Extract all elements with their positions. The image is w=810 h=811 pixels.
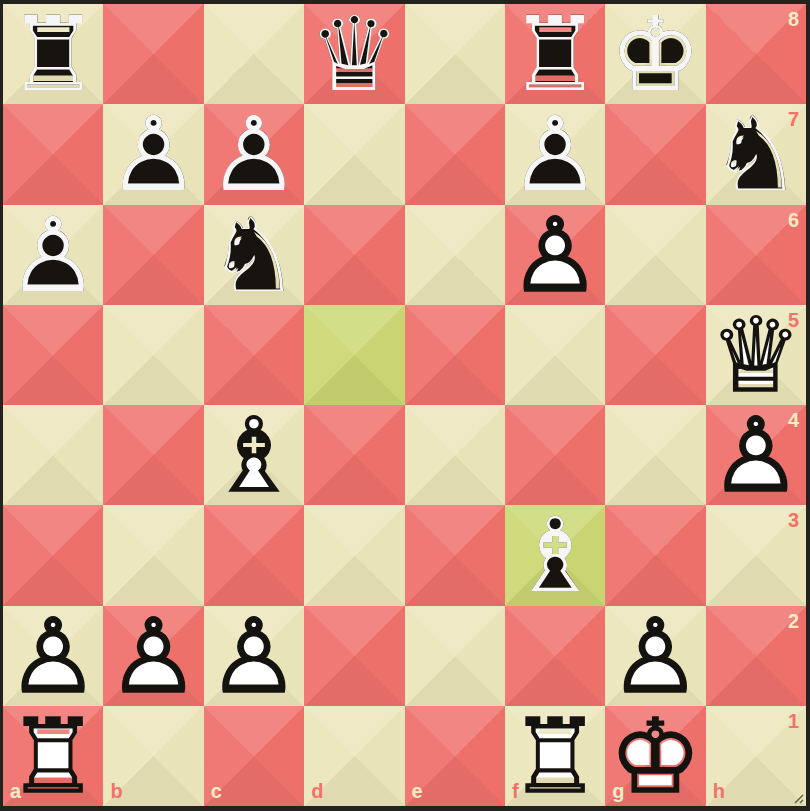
black-rook-a8[interactable]: ♜♖: [3, 4, 103, 104]
piece-outline-glyph: ♖: [509, 704, 601, 807]
black-rook-f8[interactable]: ♜♖: [505, 4, 605, 104]
white-pawn-f6[interactable]: ♟♙: [505, 205, 605, 305]
square-d5[interactable]: [304, 305, 404, 405]
square-a2[interactable]: ♟♙: [3, 606, 103, 706]
square-f4[interactable]: [505, 405, 605, 505]
square-a6[interactable]: ♟♙: [3, 205, 103, 305]
square-e5[interactable]: [405, 305, 505, 405]
white-pawn-a2[interactable]: ♟♙: [3, 606, 103, 706]
square-f1[interactable]: ♜♖f: [505, 706, 605, 806]
square-h3[interactable]: 3: [706, 505, 806, 605]
piece-outline-glyph: ♙: [107, 604, 199, 707]
square-b3[interactable]: [103, 505, 203, 605]
piece-outline-glyph: ♙: [208, 604, 300, 707]
square-b2[interactable]: ♟♙: [103, 606, 203, 706]
square-g1[interactable]: ♚♔g: [605, 706, 705, 806]
square-e1[interactable]: e: [405, 706, 505, 806]
piece-outline-glyph: ♖: [509, 3, 601, 106]
black-pawn-f7[interactable]: ♟♙: [505, 104, 605, 204]
file-label-d: d: [311, 781, 323, 801]
square-f3[interactable]: ♝♗: [505, 505, 605, 605]
rank-label-4: 4: [788, 410, 799, 430]
black-queen-d8[interactable]: ♛♕: [304, 4, 404, 104]
black-pawn-a6[interactable]: ♟♙: [3, 205, 103, 305]
square-c7[interactable]: ♟♙: [204, 104, 304, 204]
piece-outline-glyph: ♙: [7, 203, 99, 306]
square-c4[interactable]: ♝♗: [204, 405, 304, 505]
square-a8[interactable]: ♜♖: [3, 4, 103, 104]
white-rook-f1[interactable]: ♜♖: [505, 706, 605, 806]
square-a4[interactable]: [3, 405, 103, 505]
rank-label-6: 6: [788, 210, 799, 230]
square-f6[interactable]: ♟♙: [505, 205, 605, 305]
white-pawn-c2[interactable]: ♟♙: [204, 606, 304, 706]
square-e6[interactable]: [405, 205, 505, 305]
square-h7[interactable]: ♞♘7: [706, 104, 806, 204]
piece-outline-glyph: ♙: [107, 103, 199, 206]
square-d2[interactable]: [304, 606, 404, 706]
square-b4[interactable]: [103, 405, 203, 505]
square-c1[interactable]: c: [204, 706, 304, 806]
file-label-e: e: [412, 781, 423, 801]
chess-board: ♜♖♛♕♜♖♚♔8♟♙♟♙♟♙♞♘7♟♙♞♘♟♙6♛♕5♝♗♟♙4♝♗3♟♙♟♙…: [3, 4, 806, 806]
white-bishop-c4[interactable]: ♝♗: [204, 405, 304, 505]
square-c8[interactable]: [204, 4, 304, 104]
piece-outline-glyph: ♖: [7, 3, 99, 106]
piece-outline-glyph: ♗: [208, 404, 300, 507]
rank-label-2: 2: [788, 611, 799, 631]
square-h6[interactable]: 6: [706, 205, 806, 305]
square-h5[interactable]: ♛♕5: [706, 305, 806, 405]
black-knight-c6[interactable]: ♞♘: [204, 205, 304, 305]
file-label-c: c: [211, 781, 222, 801]
black-king-g8[interactable]: ♚♔: [605, 4, 705, 104]
square-f2[interactable]: [505, 606, 605, 706]
square-c5[interactable]: [204, 305, 304, 405]
black-bishop-f3[interactable]: ♝♗: [505, 505, 605, 605]
square-e3[interactable]: [405, 505, 505, 605]
square-a3[interactable]: [3, 505, 103, 605]
square-g6[interactable]: [605, 205, 705, 305]
square-f5[interactable]: [505, 305, 605, 405]
piece-outline-glyph: ♙: [7, 604, 99, 707]
piece-outline-glyph: ♗: [509, 504, 601, 607]
square-g8[interactable]: ♚♔: [605, 4, 705, 104]
square-g2[interactable]: ♟♙: [605, 606, 705, 706]
black-pawn-b7[interactable]: ♟♙: [103, 104, 203, 204]
square-f8[interactable]: ♜♖: [505, 4, 605, 104]
square-h2[interactable]: 2: [706, 606, 806, 706]
square-e2[interactable]: [405, 606, 505, 706]
square-d3[interactable]: [304, 505, 404, 605]
square-e7[interactable]: [405, 104, 505, 204]
square-b6[interactable]: [103, 205, 203, 305]
square-a5[interactable]: [3, 305, 103, 405]
piece-outline-glyph: ♙: [208, 103, 300, 206]
piece-outline-glyph: ♕: [308, 3, 400, 106]
file-label-h: h: [713, 781, 725, 801]
square-h4[interactable]: ♟♙4: [706, 405, 806, 505]
square-e8[interactable]: [405, 4, 505, 104]
file-label-b: b: [110, 781, 122, 801]
rank-label-3: 3: [788, 510, 799, 530]
square-c3[interactable]: [204, 505, 304, 605]
square-b1[interactable]: b: [103, 706, 203, 806]
piece-outline-glyph: ♙: [509, 103, 601, 206]
square-f7[interactable]: ♟♙: [505, 104, 605, 204]
square-d4[interactable]: [304, 405, 404, 505]
rank-label-8: 8: [788, 9, 799, 29]
rank-label-7: 7: [788, 109, 799, 129]
square-g4[interactable]: [605, 405, 705, 505]
square-a1[interactable]: ♜♖a: [3, 706, 103, 806]
square-d7[interactable]: [304, 104, 404, 204]
square-c2[interactable]: ♟♙: [204, 606, 304, 706]
piece-outline-glyph: ♙: [609, 604, 701, 707]
square-c6[interactable]: ♞♘: [204, 205, 304, 305]
square-g5[interactable]: [605, 305, 705, 405]
square-d6[interactable]: [304, 205, 404, 305]
square-h8[interactable]: 8: [706, 4, 806, 104]
piece-outline-glyph: ♘: [208, 203, 300, 306]
square-b7[interactable]: ♟♙: [103, 104, 203, 204]
square-g3[interactable]: [605, 505, 705, 605]
piece-outline-glyph: ♙: [509, 203, 601, 306]
square-b5[interactable]: [103, 305, 203, 405]
square-d8[interactable]: ♛♕: [304, 4, 404, 104]
board-resize-handle-icon[interactable]: [790, 790, 804, 804]
black-pawn-c7[interactable]: ♟♙: [204, 104, 304, 204]
square-a7[interactable]: [3, 104, 103, 204]
file-label-g: g: [612, 781, 624, 801]
rank-label-5: 5: [788, 310, 799, 330]
white-pawn-b2[interactable]: ♟♙: [103, 606, 203, 706]
square-d1[interactable]: d: [304, 706, 404, 806]
file-label-f: f: [512, 781, 519, 801]
chess-app-window: ♜♖♛♕♜♖♚♔8♟♙♟♙♟♙♞♘7♟♙♞♘♟♙6♛♕5♝♗♟♙4♝♗3♟♙♟♙…: [0, 0, 810, 811]
square-b8[interactable]: [103, 4, 203, 104]
square-e4[interactable]: [405, 405, 505, 505]
white-pawn-g2[interactable]: ♟♙: [605, 606, 705, 706]
square-g7[interactable]: [605, 104, 705, 204]
rank-label-1: 1: [788, 711, 799, 731]
piece-outline-glyph: ♔: [609, 3, 701, 106]
file-label-a: a: [10, 781, 21, 801]
